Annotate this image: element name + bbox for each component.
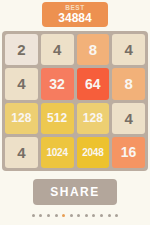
page-dot-12[interactable] [115, 214, 118, 217]
tile-r4c2: 1024 [41, 137, 74, 168]
tile-r1c2: 4 [41, 34, 74, 65]
tile-r3c1: 128 [5, 103, 38, 134]
page-dots [0, 212, 150, 218]
page-dot-10[interactable] [100, 214, 103, 217]
tile-r2c2: 32 [41, 68, 74, 99]
page-dot-7[interactable] [77, 214, 80, 217]
tile-r1c3: 8 [77, 34, 110, 65]
tile-r3c2: 512 [41, 103, 74, 134]
page-dot-1[interactable] [32, 214, 35, 217]
board[interactable]: 2484432648128512128441024204816 [2, 31, 148, 171]
tile-r2c4: 8 [112, 68, 145, 99]
page-dot-2[interactable] [39, 214, 42, 217]
page-dot-5-active[interactable] [62, 214, 65, 217]
page-dot-3[interactable] [47, 214, 50, 217]
share-button[interactable]: SHARE [33, 179, 117, 205]
tile-r3c3: 128 [77, 103, 110, 134]
tile-r4c3: 2048 [77, 137, 110, 168]
page-dot-11[interactable] [108, 214, 111, 217]
tile-r3c4: 4 [112, 103, 145, 134]
tile-r1c4: 4 [112, 34, 145, 65]
tile-r2c3: 64 [77, 68, 110, 99]
page-dot-6[interactable] [70, 214, 73, 217]
page-dot-4[interactable] [55, 214, 58, 217]
tile-r1c1: 2 [5, 34, 38, 65]
tile-r2c1: 4 [5, 68, 38, 99]
page-dot-9[interactable] [92, 214, 95, 217]
tile-r4c4: 16 [112, 137, 145, 168]
share-button-label: SHARE [50, 185, 100, 199]
tile-r4c1: 4 [5, 137, 38, 168]
best-score-value: 34884 [58, 12, 91, 25]
best-score-badge: BEST 34884 [42, 2, 108, 27]
page-dot-8[interactable] [85, 214, 88, 217]
